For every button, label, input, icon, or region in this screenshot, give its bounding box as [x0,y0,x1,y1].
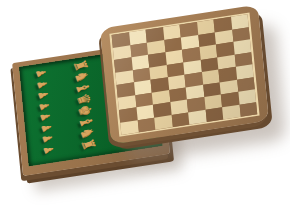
board-grid [112,14,258,135]
chess-piece-p[interactable]: ♟ [33,68,48,79]
chess-piece-p[interactable]: ♟ [37,100,52,111]
chess-board-case [100,5,269,145]
board-square[interactable] [222,104,240,119]
board-square[interactable] [137,117,155,132]
board-square[interactable] [120,120,138,135]
chess-piece-p[interactable]: ♟ [38,111,53,122]
chess-piece-p[interactable]: ♟ [39,122,54,133]
chess-piece-p[interactable]: ♟ [35,78,50,89]
board-square[interactable] [188,110,206,125]
board-inlay-border [109,12,259,136]
board-square[interactable] [154,115,172,130]
tilted-plane: ♟♟♟♟♟♟♟♟♜♞♝♛♚♝♞♜ [0,0,290,215]
board-square[interactable] [239,102,257,117]
chess-set-scene: ♟♟♟♟♟♟♟♟♜♞♝♛♚♝♞♜ [0,0,290,223]
board-square[interactable] [205,107,223,122]
chess-piece-p[interactable]: ♟ [36,89,51,100]
chess-piece-p[interactable]: ♟ [40,133,55,144]
board-square[interactable] [171,112,189,127]
chess-piece-p[interactable]: ♟ [41,144,56,155]
